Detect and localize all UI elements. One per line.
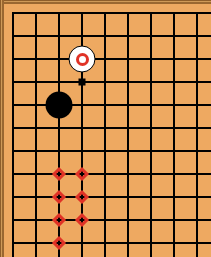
intersection[interactable] [94, 186, 117, 209]
intersection[interactable] [140, 140, 163, 163]
intersection[interactable] [48, 94, 71, 117]
board-frame-top-edge [0, 0, 211, 4]
intersection[interactable] [94, 2, 117, 25]
intersection[interactable] [48, 117, 71, 140]
intersection[interactable] [71, 71, 94, 94]
intersection[interactable] [94, 117, 117, 140]
hoshi-point [79, 79, 86, 86]
intersection[interactable] [186, 25, 209, 48]
intersection[interactable] [2, 71, 25, 94]
intersection[interactable] [140, 117, 163, 140]
intersection[interactable] [71, 48, 94, 71]
intersection[interactable] [117, 163, 140, 186]
intersection[interactable] [163, 140, 186, 163]
intersection[interactable] [117, 232, 140, 255]
intersection[interactable] [48, 25, 71, 48]
intersection[interactable] [94, 25, 117, 48]
intersection[interactable] [94, 48, 117, 71]
intersection[interactable] [186, 186, 209, 209]
intersection[interactable] [117, 2, 140, 25]
intersection[interactable] [48, 163, 71, 186]
intersection[interactable] [140, 25, 163, 48]
intersection[interactable] [25, 117, 48, 140]
intersection[interactable] [163, 94, 186, 117]
intersection[interactable] [48, 186, 71, 209]
intersection[interactable] [117, 117, 140, 140]
intersection[interactable] [186, 163, 209, 186]
intersection[interactable] [48, 48, 71, 71]
intersection[interactable] [140, 209, 163, 232]
intersection[interactable] [71, 186, 94, 209]
red-circle-marker [76, 53, 89, 66]
intersection[interactable] [186, 71, 209, 94]
intersection[interactable] [48, 2, 71, 25]
intersection[interactable] [71, 209, 94, 232]
intersection[interactable] [140, 2, 163, 25]
intersection[interactable] [140, 48, 163, 71]
intersection[interactable] [117, 48, 140, 71]
intersection[interactable] [186, 117, 209, 140]
red-diamond-marker [52, 167, 66, 181]
intersection[interactable] [71, 163, 94, 186]
red-diamond-marker [75, 213, 89, 227]
intersection[interactable] [25, 209, 48, 232]
intersection[interactable] [71, 117, 94, 140]
red-diamond-marker [75, 167, 89, 181]
intersection[interactable] [25, 94, 48, 117]
red-diamond-marker [52, 190, 66, 204]
intersection[interactable] [25, 232, 48, 255]
intersection[interactable] [117, 209, 140, 232]
intersection[interactable] [2, 117, 25, 140]
intersection[interactable] [186, 140, 209, 163]
intersection[interactable] [163, 48, 186, 71]
intersection[interactable] [25, 163, 48, 186]
intersection[interactable] [140, 94, 163, 117]
intersection[interactable] [140, 232, 163, 255]
intersection[interactable] [71, 25, 94, 48]
intersection[interactable] [163, 232, 186, 255]
intersection[interactable] [71, 94, 94, 117]
intersection[interactable] [117, 140, 140, 163]
intersection[interactable] [163, 163, 186, 186]
intersection[interactable] [117, 71, 140, 94]
red-diamond-marker [52, 213, 66, 227]
intersection[interactable] [71, 232, 94, 255]
intersection[interactable] [71, 2, 94, 25]
intersection[interactable] [25, 25, 48, 48]
intersection[interactable] [71, 140, 94, 163]
intersection[interactable] [94, 232, 117, 255]
intersection[interactable] [186, 48, 209, 71]
intersection[interactable] [2, 209, 25, 232]
intersection[interactable] [163, 71, 186, 94]
intersection[interactable] [186, 209, 209, 232]
intersection[interactable] [163, 25, 186, 48]
go-board [2, 2, 209, 255]
intersection[interactable] [163, 2, 186, 25]
intersection[interactable] [2, 94, 25, 117]
intersection[interactable] [2, 163, 25, 186]
intersection[interactable] [25, 186, 48, 209]
intersection[interactable] [25, 48, 48, 71]
go-diagram [0, 0, 211, 257]
intersection[interactable] [48, 209, 71, 232]
intersection[interactable] [2, 232, 25, 255]
intersection[interactable] [2, 25, 25, 48]
intersection[interactable] [94, 163, 117, 186]
red-diamond-marker [75, 190, 89, 204]
intersection[interactable] [94, 94, 117, 117]
black-stone[interactable] [46, 92, 73, 119]
intersection[interactable] [94, 71, 117, 94]
intersection[interactable] [186, 2, 209, 25]
intersection[interactable] [140, 163, 163, 186]
intersection[interactable] [186, 94, 209, 117]
intersection[interactable] [25, 2, 48, 25]
intersection[interactable] [48, 140, 71, 163]
intersection[interactable] [117, 25, 140, 48]
red-diamond-marker [52, 236, 66, 250]
intersection[interactable] [117, 186, 140, 209]
intersection[interactable] [48, 71, 71, 94]
intersection[interactable] [2, 140, 25, 163]
intersection[interactable] [163, 209, 186, 232]
intersection[interactable] [186, 232, 209, 255]
intersection[interactable] [140, 186, 163, 209]
intersection[interactable] [2, 2, 25, 25]
intersection[interactable] [25, 140, 48, 163]
board-frame-left-edge [0, 0, 4, 257]
intersection[interactable] [140, 71, 163, 94]
intersection[interactable] [163, 186, 186, 209]
intersection[interactable] [94, 140, 117, 163]
intersection[interactable] [163, 117, 186, 140]
intersection[interactable] [94, 209, 117, 232]
white-stone[interactable] [69, 46, 96, 73]
intersection[interactable] [25, 71, 48, 94]
intersection[interactable] [2, 186, 25, 209]
intersection[interactable] [48, 232, 71, 255]
intersection[interactable] [117, 94, 140, 117]
intersection[interactable] [2, 48, 25, 71]
